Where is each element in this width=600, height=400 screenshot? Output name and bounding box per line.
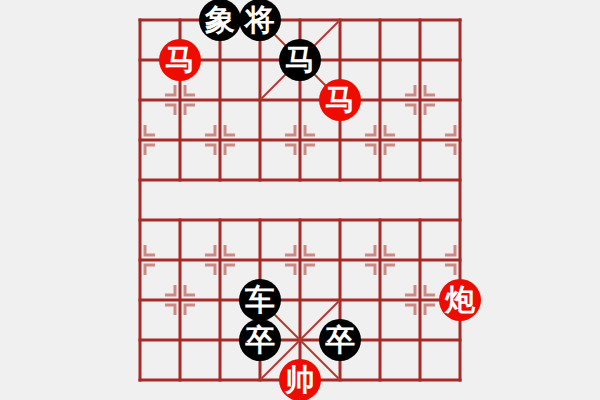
piece-black-elephant[interactable]: 象 (199, 0, 241, 41)
piece-red-horse-1[interactable]: 马 (159, 39, 201, 81)
piece-black-general[interactable]: 将 (239, 0, 281, 41)
pieces-layer: 象将马马马车炮卒卒帅 (120, 0, 480, 400)
piece-red-horse-2[interactable]: 马 (319, 79, 361, 121)
piece-black-chariot[interactable]: 车 (239, 279, 281, 321)
piece-red-general[interactable]: 帅 (279, 359, 321, 400)
xiangqi-app: 象将马马马车炮卒卒帅 (0, 0, 600, 400)
piece-black-pawn-2[interactable]: 卒 (319, 319, 361, 361)
piece-red-cannon[interactable]: 炮 (439, 279, 481, 321)
piece-black-horse[interactable]: 马 (279, 39, 321, 81)
piece-black-pawn-1[interactable]: 卒 (239, 319, 281, 361)
